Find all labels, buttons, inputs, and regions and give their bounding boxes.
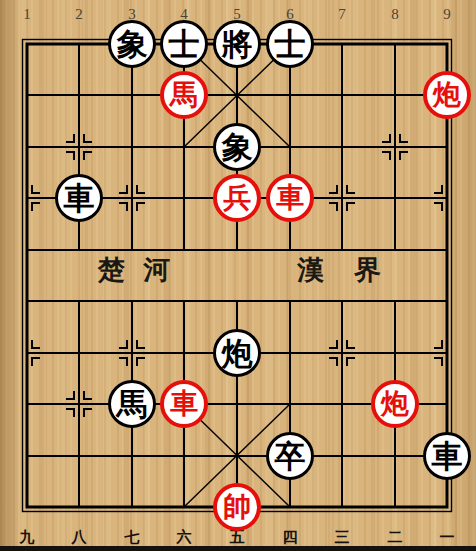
river-label-chu-he: 楚 河 (98, 252, 171, 288)
file-label-top-9: 9 (443, 6, 451, 23)
piece-red-cannon[interactable]: 炮 (371, 380, 419, 428)
piece-red-horse[interactable]: 馬 (160, 71, 208, 119)
piece-black-advisor[interactable]: 士 (266, 20, 314, 68)
file-label-top-7: 7 (338, 6, 346, 23)
file-label-bottom-8: 二 (388, 528, 403, 547)
board-grid (0, 0, 476, 551)
file-label-bottom-4: 六 (177, 528, 192, 547)
piece-black-advisor[interactable]: 士 (160, 20, 208, 68)
piece-red-soldier[interactable]: 兵 (213, 174, 261, 222)
piece-black-elephant[interactable]: 象 (108, 20, 156, 68)
piece-red-chariot[interactable]: 車 (160, 380, 208, 428)
file-label-bottom-7: 三 (335, 528, 350, 547)
file-label-bottom-6: 四 (283, 528, 298, 547)
file-label-top-1: 1 (23, 6, 31, 23)
xiangqi-board: 楚 河 漢 界 象士將士馬炮象車兵車炮馬車炮卒車帥123456789九八七六五四… (0, 0, 476, 551)
bottom-bar (0, 546, 476, 551)
file-label-bottom-3: 七 (125, 528, 140, 547)
file-label-bottom-2: 八 (72, 528, 87, 547)
piece-black-chariot[interactable]: 車 (55, 174, 103, 222)
file-label-top-8: 8 (391, 6, 399, 23)
file-label-bottom-9: 一 (440, 528, 455, 547)
piece-black-elephant[interactable]: 象 (213, 123, 261, 171)
piece-red-chariot[interactable]: 車 (266, 174, 314, 222)
piece-red-general[interactable]: 帥 (213, 483, 261, 531)
piece-black-general[interactable]: 將 (213, 20, 261, 68)
river-label-han-jie: 漢 界 (297, 252, 381, 288)
piece-red-cannon[interactable]: 炮 (423, 71, 471, 119)
piece-black-cannon[interactable]: 炮 (213, 329, 261, 377)
piece-black-horse[interactable]: 馬 (108, 380, 156, 428)
piece-black-soldier[interactable]: 卒 (266, 432, 314, 480)
file-label-bottom-1: 九 (20, 528, 35, 547)
file-label-top-2: 2 (75, 6, 83, 23)
piece-black-chariot[interactable]: 車 (423, 432, 471, 480)
